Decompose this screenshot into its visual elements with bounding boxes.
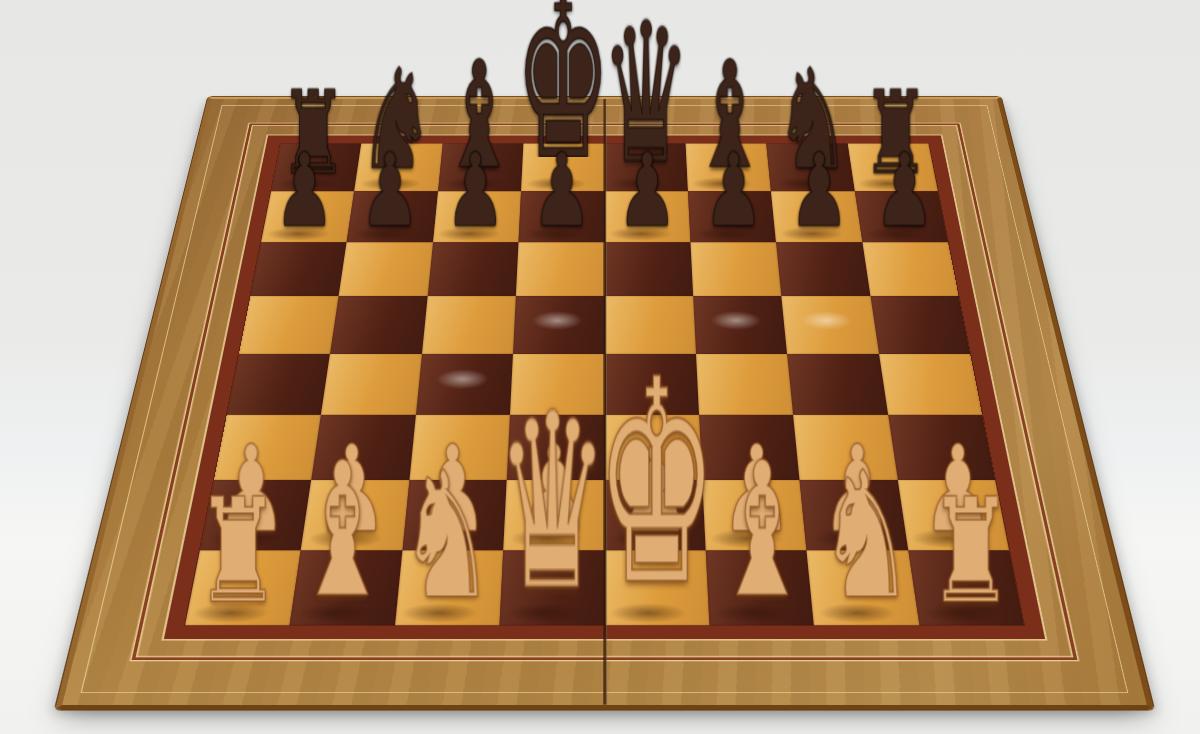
dark-pawn-e7[interactable]: ♟ [617,140,678,241]
square-h4[interactable] [879,354,983,415]
square-g7[interactable]: ♟ [771,191,862,242]
dark-pawn-a7[interactable]: ♟ [274,140,335,241]
dark-pawn-c7[interactable]: ♟ [445,140,506,241]
square-e7[interactable]: ♟ [605,191,691,242]
light-knight-g1[interactable]: ♞ [818,449,915,624]
square-b1[interactable]: ♝ [290,550,402,625]
square-g4[interactable] [787,354,887,415]
board-squares: ♜♞♝♚♛♝♞♜♟♟♟♟♟♟♟♟♟♟♟♟♟♟♟♟♜♝♞♛♚♝♞♜ [185,144,1024,626]
square-d7[interactable]: ♟ [519,191,605,242]
square-c6[interactable] [427,242,518,296]
square-h6[interactable] [862,242,959,296]
square-a1[interactable]: ♜ [185,550,301,625]
square-h1[interactable]: ♜ [908,550,1024,625]
square-a5[interactable] [239,296,339,353]
square-b7[interactable]: ♟ [347,191,438,242]
chessboard: ♜♞♝♚♛♝♞♜♟♟♟♟♟♟♟♟♟♟♟♟♟♟♟♟♜♝♞♛♚♝♞♜ [55,97,1154,710]
square-g6[interactable] [776,242,870,296]
square-h5[interactable] [870,296,970,353]
square-f1[interactable]: ♝ [706,550,815,625]
square-d5[interactable] [513,296,604,353]
dark-pawn-f7[interactable]: ♟ [703,140,764,241]
wear-mark [710,311,763,330]
light-rook-h1[interactable]: ♜ [928,479,1014,623]
light-king-e1[interactable]: ♚ [596,342,717,623]
dark-pawn-b7[interactable]: ♟ [360,140,421,241]
light-queen-d1[interactable]: ♛ [496,381,609,623]
square-e6[interactable] [605,242,694,296]
square-c7[interactable]: ♟ [433,191,521,242]
square-d6[interactable] [516,242,605,296]
square-a6[interactable] [250,242,347,296]
square-h7[interactable]: ♟ [855,191,948,242]
light-bishop-f1[interactable]: ♝ [713,438,810,623]
square-c1[interactable]: ♞ [395,550,504,625]
square-g5[interactable] [782,296,879,353]
square-e1[interactable]: ♚ [605,550,710,625]
light-bishop-b1[interactable]: ♝ [294,438,391,623]
square-f7[interactable]: ♟ [688,191,776,242]
square-b6[interactable] [339,242,433,296]
square-g1[interactable]: ♞ [807,550,919,625]
light-rook-a1[interactable]: ♜ [195,479,281,623]
dark-pawn-d7[interactable]: ♟ [531,140,592,241]
square-b5[interactable] [330,296,427,353]
square-a7[interactable]: ♟ [261,191,354,242]
square-f6[interactable] [690,242,781,296]
dark-pawn-g7[interactable]: ♟ [789,140,850,241]
studio-backdrop: ♜♞♝♚♛♝♞♜♟♟♟♟♟♟♟♟♟♟♟♟♟♟♟♟♜♝♞♛♚♝♞♜ [0,0,1200,734]
square-a4[interactable] [227,354,331,415]
wear-mark [435,369,490,390]
square-c5[interactable] [422,296,516,353]
light-knight-c1[interactable]: ♞ [399,449,496,624]
dark-pawn-h7[interactable]: ♟ [875,140,936,241]
square-b4[interactable] [321,354,421,415]
wear-mark [799,311,853,330]
square-d1[interactable]: ♛ [500,550,605,625]
wear-mark [531,311,584,330]
